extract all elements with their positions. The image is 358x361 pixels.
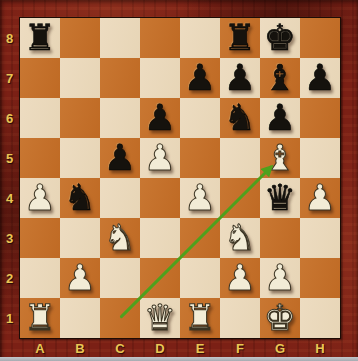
square-a8[interactable]: ♜	[20, 18, 60, 58]
piece-white-pawn-g2[interactable]: ♟	[260, 258, 300, 298]
square-g1[interactable]: ♚	[260, 298, 300, 338]
rank-label-6: 6	[0, 98, 19, 138]
piece-black-pawn-g6[interactable]: ♟	[260, 98, 300, 138]
board-wrap: ♜♜♚♟♟♝♟♟♞♟♟♟♝♟♞♟♛♟♞♞♟♟♟♜♛♜♚	[19, 17, 341, 339]
piece-white-bishop-g5[interactable]: ♝	[260, 138, 300, 178]
square-f5[interactable]	[220, 138, 260, 178]
square-f8[interactable]: ♜	[220, 18, 260, 58]
square-a1[interactable]: ♜	[20, 298, 60, 338]
piece-black-pawn-f7[interactable]: ♟	[220, 58, 260, 98]
square-g4[interactable]: ♛	[260, 178, 300, 218]
piece-black-queen-g4[interactable]: ♛	[260, 178, 300, 218]
piece-white-pawn-f2[interactable]: ♟	[220, 258, 260, 298]
square-e2[interactable]	[180, 258, 220, 298]
square-h6[interactable]	[300, 98, 340, 138]
square-d3[interactable]	[140, 218, 180, 258]
square-h4[interactable]: ♟	[300, 178, 340, 218]
square-f3[interactable]: ♞	[220, 218, 260, 258]
square-f4[interactable]	[220, 178, 260, 218]
square-e3[interactable]	[180, 218, 220, 258]
piece-white-pawn-h4[interactable]: ♟	[300, 178, 340, 218]
file-label-h: H	[300, 339, 340, 357]
piece-white-pawn-e4[interactable]: ♟	[180, 178, 220, 218]
square-e4[interactable]: ♟	[180, 178, 220, 218]
square-d5[interactable]: ♟	[140, 138, 180, 178]
square-g6[interactable]: ♟	[260, 98, 300, 138]
rank-label-8: 8	[0, 18, 19, 58]
file-label-f: F	[220, 339, 260, 357]
file-label-g: G	[260, 339, 300, 357]
piece-black-pawn-d6[interactable]: ♟	[140, 98, 180, 138]
square-f2[interactable]: ♟	[220, 258, 260, 298]
square-h1[interactable]	[300, 298, 340, 338]
square-g7[interactable]: ♝	[260, 58, 300, 98]
piece-black-rook-a8[interactable]: ♜	[20, 18, 60, 58]
square-f7[interactable]: ♟	[220, 58, 260, 98]
piece-black-rook-f8[interactable]: ♜	[220, 18, 260, 58]
rank-label-3: 3	[0, 218, 19, 258]
piece-white-queen-d1[interactable]: ♛	[140, 298, 180, 338]
rank-label-7: 7	[0, 58, 19, 98]
square-b7[interactable]	[60, 58, 100, 98]
piece-white-pawn-d5[interactable]: ♟	[140, 138, 180, 178]
square-c8[interactable]	[100, 18, 140, 58]
square-b4[interactable]: ♞	[60, 178, 100, 218]
piece-black-pawn-e7[interactable]: ♟	[180, 58, 220, 98]
square-e1[interactable]: ♜	[180, 298, 220, 338]
chess-app-window: 87654321 ♜♜♚♟♟♝♟♟♞♟♟♟♝♟♞♟♛♟♞♞♟♟♟♜♛♜♚ ABC…	[0, 0, 358, 361]
square-b8[interactable]	[60, 18, 100, 58]
square-g3[interactable]	[260, 218, 300, 258]
square-a7[interactable]	[20, 58, 60, 98]
rank-label-1: 1	[0, 298, 19, 338]
rank-label-5: 5	[0, 138, 19, 178]
square-g2[interactable]: ♟	[260, 258, 300, 298]
file-label-a: A	[20, 339, 60, 357]
square-c1[interactable]	[100, 298, 140, 338]
square-b5[interactable]	[60, 138, 100, 178]
square-f1[interactable]	[220, 298, 260, 338]
square-c2[interactable]	[100, 258, 140, 298]
square-c4[interactable]	[100, 178, 140, 218]
square-a4[interactable]: ♟	[20, 178, 60, 218]
piece-white-king-g1[interactable]: ♚	[260, 298, 300, 338]
piece-white-knight-c3[interactable]: ♞	[100, 218, 140, 258]
file-label-d: D	[140, 339, 180, 357]
square-d2[interactable]	[140, 258, 180, 298]
piece-black-bishop-g7[interactable]: ♝	[260, 58, 300, 98]
file-label-c: C	[100, 339, 140, 357]
square-d7[interactable]	[140, 58, 180, 98]
square-c3[interactable]: ♞	[100, 218, 140, 258]
square-c7[interactable]	[100, 58, 140, 98]
piece-black-pawn-h7[interactable]: ♟	[300, 58, 340, 98]
file-labels: ABCDEFGH	[20, 339, 340, 357]
square-b2[interactable]: ♟	[60, 258, 100, 298]
square-e8[interactable]	[180, 18, 220, 58]
piece-white-knight-f3[interactable]: ♞	[220, 218, 260, 258]
piece-white-pawn-a4[interactable]: ♟	[20, 178, 60, 218]
square-b6[interactable]	[60, 98, 100, 138]
square-h5[interactable]	[300, 138, 340, 178]
square-f6[interactable]: ♞	[220, 98, 260, 138]
square-a3[interactable]	[20, 218, 60, 258]
piece-black-king-g8[interactable]: ♚	[260, 18, 300, 58]
piece-black-pawn-c5[interactable]: ♟	[100, 138, 140, 178]
file-label-e: E	[180, 339, 220, 357]
square-d4[interactable]	[140, 178, 180, 218]
square-d8[interactable]	[140, 18, 180, 58]
piece-black-knight-f6[interactable]: ♞	[220, 98, 260, 138]
square-g8[interactable]: ♚	[260, 18, 300, 58]
rank-label-2: 2	[0, 258, 19, 298]
square-c5[interactable]: ♟	[100, 138, 140, 178]
square-e7[interactable]: ♟	[180, 58, 220, 98]
square-b3[interactable]	[60, 218, 100, 258]
square-b1[interactable]	[60, 298, 100, 338]
window-bottom-edge	[0, 357, 358, 361]
square-h7[interactable]: ♟	[300, 58, 340, 98]
square-e5[interactable]	[180, 138, 220, 178]
square-d6[interactable]: ♟	[140, 98, 180, 138]
rank-label-4: 4	[0, 178, 19, 218]
piece-white-pawn-b2[interactable]: ♟	[60, 258, 100, 298]
square-a6[interactable]	[20, 98, 60, 138]
square-h3[interactable]	[300, 218, 340, 258]
piece-black-knight-b4[interactable]: ♞	[60, 178, 100, 218]
square-d1[interactable]: ♛	[140, 298, 180, 338]
file-label-b: B	[60, 339, 100, 357]
square-h2[interactable]	[300, 258, 340, 298]
piece-white-rook-a1[interactable]: ♜	[20, 298, 60, 338]
square-a2[interactable]	[20, 258, 60, 298]
square-a5[interactable]	[20, 138, 60, 178]
square-h8[interactable]	[300, 18, 340, 58]
piece-white-rook-e1[interactable]: ♜	[180, 298, 220, 338]
square-e6[interactable]	[180, 98, 220, 138]
square-c6[interactable]	[100, 98, 140, 138]
chessboard: ♜♜♚♟♟♝♟♟♞♟♟♟♝♟♞♟♛♟♞♞♟♟♟♜♛♜♚	[20, 18, 340, 338]
rank-labels: 87654321	[0, 18, 19, 338]
square-g5[interactable]: ♝	[260, 138, 300, 178]
